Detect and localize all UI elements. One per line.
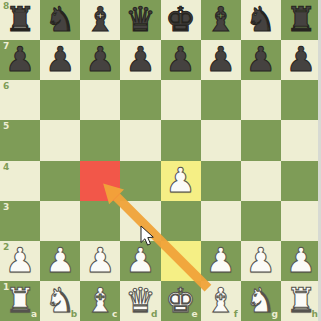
square-h8[interactable]: ♜: [281, 0, 321, 40]
square-g6[interactable]: [241, 80, 281, 120]
square-e2[interactable]: [161, 241, 201, 281]
chess-app-window: 8♜♞♝♛♚♝♞♜7♟♟♟♟♟♟♟♟654♟32♟♟♟♟♟♟♟1a♜b♞c♝d♛…: [0, 0, 321, 321]
square-d3[interactable]: [120, 201, 160, 241]
piece-black-king[interactable]: ♚: [165, 2, 195, 36]
piece-black-bishop[interactable]: ♝: [205, 2, 235, 36]
square-d7[interactable]: ♟: [120, 40, 160, 80]
square-g8[interactable]: ♞: [241, 0, 281, 40]
piece-white-bishop[interactable]: ♝: [205, 283, 235, 317]
square-b6[interactable]: [40, 80, 80, 120]
piece-black-pawn[interactable]: ♟: [246, 42, 276, 76]
piece-white-pawn[interactable]: ♟: [125, 243, 155, 277]
piece-white-pawn[interactable]: ♟: [85, 243, 115, 277]
square-f8[interactable]: ♝: [201, 0, 241, 40]
square-b3[interactable]: [40, 201, 80, 241]
square-e1[interactable]: e♚: [161, 281, 201, 321]
square-c5[interactable]: [80, 120, 120, 160]
piece-white-pawn[interactable]: ♟: [165, 163, 195, 197]
square-c6[interactable]: [80, 80, 120, 120]
square-f1[interactable]: f♝: [201, 281, 241, 321]
piece-black-pawn[interactable]: ♟: [125, 42, 155, 76]
square-d6[interactable]: [120, 80, 160, 120]
piece-white-king[interactable]: ♚: [165, 283, 195, 317]
piece-black-rook[interactable]: ♜: [5, 2, 35, 36]
square-a1[interactable]: 1a♜: [0, 281, 40, 321]
square-g1[interactable]: g♞: [241, 281, 281, 321]
square-b4[interactable]: [40, 161, 80, 201]
square-c1[interactable]: c♝: [80, 281, 120, 321]
piece-black-pawn[interactable]: ♟: [165, 42, 195, 76]
piece-white-pawn[interactable]: ♟: [5, 243, 35, 277]
square-b1[interactable]: b♞: [40, 281, 80, 321]
piece-black-pawn[interactable]: ♟: [5, 42, 35, 76]
square-d5[interactable]: [120, 120, 160, 160]
piece-black-knight[interactable]: ♞: [246, 2, 276, 36]
square-e7[interactable]: ♟: [161, 40, 201, 80]
square-c3[interactable]: [80, 201, 120, 241]
piece-white-knight[interactable]: ♞: [246, 283, 276, 317]
square-a2[interactable]: 2♟: [0, 241, 40, 281]
chess-board: 8♜♞♝♛♚♝♞♜7♟♟♟♟♟♟♟♟654♟32♟♟♟♟♟♟♟1a♜b♞c♝d♛…: [0, 0, 321, 321]
square-a8[interactable]: 8♜: [0, 0, 40, 40]
square-e3[interactable]: [161, 201, 201, 241]
piece-white-rook[interactable]: ♜: [5, 283, 35, 317]
square-f2[interactable]: ♟: [201, 241, 241, 281]
piece-white-bishop[interactable]: ♝: [85, 283, 115, 317]
piece-black-pawn[interactable]: ♟: [45, 42, 75, 76]
square-h7[interactable]: ♟: [281, 40, 321, 80]
piece-black-pawn[interactable]: ♟: [205, 42, 235, 76]
piece-black-pawn[interactable]: ♟: [85, 42, 115, 76]
square-a7[interactable]: 7♟: [0, 40, 40, 80]
square-f3[interactable]: [201, 201, 241, 241]
square-g3[interactable]: [241, 201, 281, 241]
square-g4[interactable]: [241, 161, 281, 201]
square-b5[interactable]: [40, 120, 80, 160]
square-f5[interactable]: [201, 120, 241, 160]
square-d2[interactable]: ♟: [120, 241, 160, 281]
square-d8[interactable]: ♛: [120, 0, 160, 40]
square-f4[interactable]: [201, 161, 241, 201]
square-e6[interactable]: [161, 80, 201, 120]
rank-label-5: 5: [3, 122, 9, 131]
rank-label-6: 6: [3, 82, 9, 91]
rank-label-4: 4: [3, 163, 9, 172]
piece-white-pawn[interactable]: ♟: [45, 243, 75, 277]
square-d1[interactable]: d♛: [120, 281, 160, 321]
square-h3[interactable]: [281, 201, 321, 241]
piece-black-bishop[interactable]: ♝: [85, 2, 115, 36]
piece-white-knight[interactable]: ♞: [45, 283, 75, 317]
rank-label-3: 3: [3, 203, 9, 212]
square-b2[interactable]: ♟: [40, 241, 80, 281]
square-h6[interactable]: [281, 80, 321, 120]
square-c4[interactable]: [80, 161, 120, 201]
square-h4[interactable]: [281, 161, 321, 201]
square-f7[interactable]: ♟: [201, 40, 241, 80]
square-a3[interactable]: 3: [0, 201, 40, 241]
piece-white-pawn[interactable]: ♟: [286, 243, 316, 277]
piece-white-queen[interactable]: ♛: [125, 283, 155, 317]
piece-black-queen[interactable]: ♛: [125, 2, 155, 36]
square-a6[interactable]: 6: [0, 80, 40, 120]
square-g5[interactable]: [241, 120, 281, 160]
piece-black-knight[interactable]: ♞: [45, 2, 75, 36]
square-c7[interactable]: ♟: [80, 40, 120, 80]
square-g2[interactable]: ♟: [241, 241, 281, 281]
square-a5[interactable]: 5: [0, 120, 40, 160]
piece-white-pawn[interactable]: ♟: [205, 243, 235, 277]
piece-black-pawn[interactable]: ♟: [286, 42, 316, 76]
piece-black-rook[interactable]: ♜: [286, 2, 316, 36]
square-b7[interactable]: ♟: [40, 40, 80, 80]
piece-white-pawn[interactable]: ♟: [246, 243, 276, 277]
square-e8[interactable]: ♚: [161, 0, 201, 40]
square-c2[interactable]: ♟: [80, 241, 120, 281]
square-e4[interactable]: ♟: [161, 161, 201, 201]
square-d4[interactable]: [120, 161, 160, 201]
square-c8[interactable]: ♝: [80, 0, 120, 40]
square-e5[interactable]: [161, 120, 201, 160]
square-a4[interactable]: 4: [0, 161, 40, 201]
square-g7[interactable]: ♟: [241, 40, 281, 80]
square-h1[interactable]: h♜: [281, 281, 321, 321]
square-f6[interactable]: [201, 80, 241, 120]
square-b8[interactable]: ♞: [40, 0, 80, 40]
piece-white-rook[interactable]: ♜: [286, 283, 316, 317]
square-h2[interactable]: ♟: [281, 241, 321, 281]
square-h5[interactable]: [281, 120, 321, 160]
